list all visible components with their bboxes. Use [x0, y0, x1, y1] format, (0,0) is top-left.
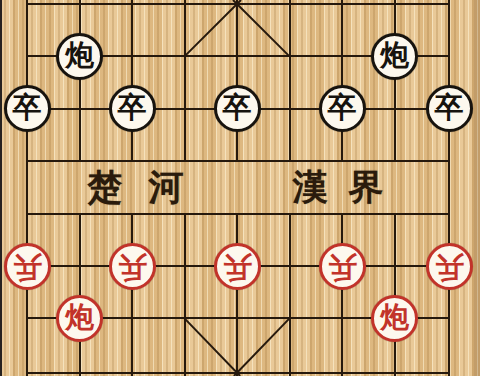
red-pawn-piece[interactable]: 兵 [109, 243, 156, 290]
river-label-han: 漢 [293, 169, 328, 204]
file-line-stub [289, 0, 291, 3]
red-pawn-piece[interactable]: 兵 [214, 243, 261, 290]
file-line-stub [341, 0, 343, 3]
red-pawn-piece[interactable]: 兵 [426, 243, 473, 290]
file-line-stub [448, 0, 450, 3]
board-cell [291, 5, 344, 57]
file-line-stub [184, 0, 186, 3]
black-pawn-piece[interactable]: 卒 [214, 85, 261, 132]
black-cannon-glyph: 炮 [65, 41, 94, 70]
board-cell [238, 5, 291, 57]
black-pawn-glyph: 卒 [328, 93, 357, 122]
red-pawn-glyph: 兵 [118, 253, 147, 282]
red-cannon-piece[interactable]: 炮 [371, 295, 418, 342]
board-cell [291, 319, 344, 371]
board-cell [133, 319, 186, 371]
board-cell [238, 319, 291, 371]
xiangqi-board: 楚 河 漢 界 炮炮卒卒卒卒卒兵兵兵兵兵炮炮 [0, 0, 480, 376]
river-cell [28, 162, 81, 214]
river-label-he: 河 [149, 169, 184, 204]
black-cannon-piece[interactable]: 炮 [56, 33, 103, 80]
black-pawn-piece[interactable]: 卒 [319, 85, 366, 132]
river-cell [238, 162, 291, 214]
red-pawn-glyph: 兵 [328, 253, 357, 282]
river-label-chu: 楚 [88, 169, 123, 204]
black-pawn-glyph: 卒 [13, 93, 42, 122]
black-cannon-piece[interactable]: 炮 [371, 33, 418, 80]
file-line-stub [26, 0, 28, 3]
river-cell [396, 162, 449, 214]
board-cell [186, 5, 239, 57]
black-pawn-glyph: 卒 [118, 93, 147, 122]
red-pawn-piece[interactable]: 兵 [4, 243, 51, 290]
board-cell [186, 319, 239, 371]
red-cannon-glyph: 炮 [380, 303, 409, 332]
black-pawn-piece[interactable]: 卒 [109, 85, 156, 132]
file-line-stub [131, 0, 133, 3]
red-cannon-glyph: 炮 [65, 303, 94, 332]
river-cell [186, 162, 239, 214]
red-pawn-glyph: 兵 [435, 253, 464, 282]
red-pawn-piece[interactable]: 兵 [319, 243, 366, 290]
red-cannon-piece[interactable]: 炮 [56, 295, 103, 342]
file-line-stub [394, 0, 396, 3]
black-cannon-glyph: 炮 [380, 41, 409, 70]
black-pawn-glyph: 卒 [223, 93, 252, 122]
black-pawn-piece[interactable]: 卒 [4, 85, 51, 132]
file-line-stub [236, 0, 238, 3]
river-label-jie: 界 [349, 169, 384, 204]
red-pawn-glyph: 兵 [13, 253, 42, 282]
board-cell [133, 5, 186, 57]
red-pawn-glyph: 兵 [223, 253, 252, 282]
black-pawn-glyph: 卒 [435, 93, 464, 122]
file-line-stub [79, 0, 81, 3]
black-pawn-piece[interactable]: 卒 [426, 85, 473, 132]
